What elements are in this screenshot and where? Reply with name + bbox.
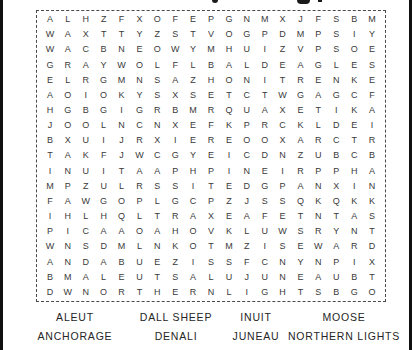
grid-cell[interactable]: L [77,209,95,224]
grid-cell[interactable]: O [148,12,166,27]
grid-cell[interactable]: R [292,73,310,88]
grid-cell[interactable]: B [77,103,95,118]
grid-cell[interactable]: C [238,88,256,103]
grid-cell[interactable]: G [95,73,113,88]
grid-cell[interactable]: P [256,27,274,42]
grid-cell[interactable]: D [363,239,381,254]
grid-cell[interactable]: T [256,88,274,103]
grid-cell[interactable]: S [166,27,184,42]
grid-cell[interactable]: W [113,57,131,72]
grid-cell[interactable]: S [274,194,292,209]
grid-cell[interactable]: H [77,12,95,27]
grid-cell[interactable]: O [220,27,238,42]
grid-cell[interactable]: G [220,12,238,27]
grid-cell[interactable]: B [202,57,220,72]
grid-cell[interactable]: X [130,12,148,27]
grid-cell[interactable]: F [166,12,184,27]
grid-cell[interactable]: P [238,118,256,133]
grid-cell[interactable]: E [166,285,184,300]
grid-cell[interactable]: O [363,285,381,300]
grid-cell[interactable]: P [274,179,292,194]
grid-cell[interactable]: L [95,270,113,285]
grid-cell[interactable]: K [345,194,363,209]
grid-cell[interactable]: Y [327,224,345,239]
grid-cell[interactable]: L [220,285,238,300]
grid-cell[interactable]: O [95,88,113,103]
grid-cell[interactable]: E [184,133,202,148]
grid-cell[interactable]: T [309,103,327,118]
grid-cell[interactable]: M [41,179,59,194]
grid-cell[interactable]: F [95,148,113,163]
grid-cell[interactable]: B [327,285,345,300]
grid-cell[interactable]: O [130,224,148,239]
grid-cell[interactable]: L [238,57,256,72]
grid-cell[interactable]: E [184,12,202,27]
grid-cell[interactable]: S [77,239,95,254]
grid-cell[interactable]: R [202,133,220,148]
grid-cell[interactable]: X [274,133,292,148]
grid-cell[interactable]: K [220,224,238,239]
grid-cell[interactable]: A [41,12,59,27]
grid-cell[interactable]: J [238,270,256,285]
grid-cell[interactable]: I [59,224,77,239]
grid-cell[interactable]: Y [95,57,113,72]
grid-cell[interactable]: W [77,194,95,209]
grid-cell[interactable]: O [256,133,274,148]
grid-cell[interactable]: E [309,73,327,88]
grid-cell[interactable]: B [166,103,184,118]
grid-cell[interactable]: B [41,270,59,285]
grid-cell[interactable]: E [256,164,274,179]
grid-cell[interactable]: T [202,179,220,194]
grid-cell[interactable]: R [309,133,327,148]
grid-cell[interactable]: E [220,179,238,194]
grid-cell[interactable]: U [238,103,256,118]
grid-cell[interactable]: L [148,57,166,72]
grid-cell[interactable]: M [113,239,131,254]
grid-cell[interactable]: A [184,209,202,224]
grid-cell[interactable]: T [363,270,381,285]
grid-cell[interactable]: R [309,224,327,239]
grid-cell[interactable]: J [113,133,131,148]
grid-cell[interactable]: C [345,148,363,163]
grid-cell[interactable]: A [309,270,327,285]
grid-cell[interactable]: D [256,148,274,163]
grid-cell[interactable]: N [148,118,166,133]
grid-cell[interactable]: N [113,42,131,57]
grid-cell[interactable]: A [292,133,310,148]
grid-cell[interactable]: P [202,164,220,179]
grid-cell[interactable]: B [113,255,131,270]
grid-cell[interactable]: R [166,209,184,224]
grid-cell[interactable]: B [363,148,381,163]
grid-cell[interactable]: C [274,118,292,133]
grid-cell[interactable]: T [130,285,148,300]
grid-cell[interactable]: A [292,179,310,194]
grid-cell[interactable]: P [309,42,327,57]
grid-cell[interactable]: A [327,239,345,254]
grid-cell[interactable]: O [59,88,77,103]
grid-cell[interactable]: T [345,133,363,148]
grid-cell[interactable]: C [256,255,274,270]
grid-cell[interactable]: S [292,224,310,239]
grid-cell[interactable]: M [184,103,202,118]
grid-cell[interactable]: S [148,179,166,194]
grid-cell[interactable]: C [238,148,256,163]
grid-cell[interactable]: R [77,73,95,88]
grid-cell[interactable]: P [130,194,148,209]
grid-cell[interactable]: J [113,148,131,163]
grid-cell[interactable]: T [220,88,238,103]
grid-cell[interactable]: X [148,133,166,148]
grid-cell[interactable]: P [41,224,59,239]
grid-cell[interactable]: L [130,239,148,254]
grid-cell[interactable]: H [59,209,77,224]
grid-cell[interactable]: T [148,209,166,224]
grid-cell[interactable]: U [309,148,327,163]
grid-cell[interactable]: R [59,57,77,72]
grid-cell[interactable]: I [238,285,256,300]
grid-cell[interactable]: K [292,118,310,133]
grid-cell[interactable]: X [274,12,292,27]
grid-cell[interactable]: D [274,27,292,42]
grid-cell[interactable]: S [309,285,327,300]
grid-cell[interactable]: M [292,27,310,42]
grid-cell[interactable]: E [345,118,363,133]
grid-cell[interactable]: W [274,88,292,103]
grid-cell[interactable]: I [41,209,59,224]
grid-cell[interactable]: C [130,118,148,133]
grid-cell[interactable]: N [238,164,256,179]
grid-cell[interactable]: A [113,224,131,239]
grid-cell[interactable]: B [95,42,113,57]
grid-cell[interactable]: F [166,57,184,72]
grid-cell[interactable]: T [363,224,381,239]
grid-cell[interactable]: S [327,27,345,42]
grid-cell[interactable]: J [238,194,256,209]
grid-cell[interactable]: V [292,42,310,57]
grid-cell[interactable]: K [363,194,381,209]
grid-cell[interactable]: H [274,285,292,300]
grid-cell[interactable]: Z [238,239,256,254]
grid-cell[interactable]: A [220,57,238,72]
grid-cell[interactable]: I [274,164,292,179]
grid-cell[interactable]: R [130,179,148,194]
grid-cell[interactable]: S [327,42,345,57]
grid-cell[interactable]: U [327,270,345,285]
grid-cell[interactable]: O [59,118,77,133]
grid-cell[interactable]: E [202,88,220,103]
grid-cell[interactable]: H [220,42,238,57]
grid-cell[interactable]: S [363,209,381,224]
grid-cell[interactable]: P [59,179,77,194]
grid-cell[interactable]: X [274,103,292,118]
grid-cell[interactable]: G [238,27,256,42]
grid-cell[interactable]: M [256,12,274,27]
grid-cell[interactable]: N [130,73,148,88]
grid-cell[interactable]: A [345,209,363,224]
grid-cell[interactable]: O [130,57,148,72]
grid-cell[interactable]: M [220,239,238,254]
grid-cell[interactable]: I [220,164,238,179]
grid-cell[interactable]: I [345,27,363,42]
grid-cell[interactable]: I [41,164,59,179]
grid-cell[interactable]: W [309,239,327,254]
grid-cell[interactable]: S [363,57,381,72]
grid-cell[interactable]: N [238,12,256,27]
grid-cell[interactable]: S [220,255,238,270]
grid-cell[interactable]: O [220,73,238,88]
grid-cell[interactable]: G [327,88,345,103]
grid-cell[interactable]: K [345,73,363,88]
grid-cell[interactable]: N [327,73,345,88]
grid-cell[interactable]: F [113,12,131,27]
grid-cell[interactable]: A [292,57,310,72]
grid-cell[interactable]: O [184,224,202,239]
grid-cell[interactable]: F [238,255,256,270]
grid-cell[interactable]: E [41,73,59,88]
grid-cell[interactable]: N [77,285,95,300]
grid-cell[interactable]: T [41,148,59,163]
grid-cell[interactable]: F [309,12,327,27]
grid-cell[interactable]: A [166,73,184,88]
grid-cell[interactable]: S [184,88,202,103]
grid-cell[interactable]: C [327,133,345,148]
grid-cell[interactable]: A [363,103,381,118]
grid-cell[interactable]: Y [130,88,148,103]
grid-cell[interactable]: O [95,285,113,300]
grid-cell[interactable]: R [202,103,220,118]
grid-cell[interactable]: L [59,73,77,88]
grid-cell[interactable]: A [77,270,95,285]
grid-cell[interactable]: M [363,12,381,27]
grid-cell[interactable]: S [274,239,292,254]
grid-cell[interactable]: C [184,194,202,209]
grid-cell[interactable]: A [238,209,256,224]
grid-cell[interactable]: I [95,164,113,179]
grid-cell[interactable]: E [220,209,238,224]
grid-cell[interactable]: D [41,285,59,300]
grid-cell[interactable]: G [95,103,113,118]
grid-cell[interactable]: F [41,194,59,209]
grid-cell[interactable]: I [345,255,363,270]
grid-cell[interactable]: I [166,133,184,148]
grid-cell[interactable]: K [220,118,238,133]
grid-cell[interactable]: W [41,42,59,57]
grid-cell[interactable]: L [309,118,327,133]
grid-cell[interactable]: O [238,133,256,148]
grid-cell[interactable]: E [363,73,381,88]
grid-cell[interactable]: W [41,239,59,254]
grid-cell[interactable]: R [113,285,131,300]
grid-cell[interactable]: N [309,255,327,270]
grid-cell[interactable]: X [363,255,381,270]
grid-cell[interactable]: L [95,118,113,133]
grid-cell[interactable]: A [256,103,274,118]
grid-cell[interactable]: N [363,179,381,194]
grid-cell[interactable]: Y [184,148,202,163]
grid-cell[interactable]: L [113,179,131,194]
grid-cell[interactable]: U [77,164,95,179]
grid-cell[interactable]: A [59,194,77,209]
grid-cell[interactable]: L [238,224,256,239]
grid-cell[interactable]: O [113,194,131,209]
grid-cell[interactable]: A [309,88,327,103]
grid-cell[interactable]: R [184,285,202,300]
grid-cell[interactable]: N [274,148,292,163]
grid-cell[interactable]: C [77,42,95,57]
grid-cell[interactable]: H [148,285,166,300]
grid-cell[interactable]: X [77,27,95,42]
grid-cell[interactable]: T [327,209,345,224]
grid-cell[interactable]: K [77,148,95,163]
grid-cell[interactable]: L [148,194,166,209]
grid-cell[interactable]: P [202,12,220,27]
grid-cell[interactable]: A [59,148,77,163]
grid-cell[interactable]: G [95,194,113,209]
grid-cell[interactable]: N [238,73,256,88]
grid-cell[interactable]: A [59,27,77,42]
grid-cell[interactable]: R [345,239,363,254]
grid-cell[interactable]: T [292,209,310,224]
grid-cell[interactable]: P [202,194,220,209]
grid-cell[interactable]: E [113,270,131,285]
grid-cell[interactable]: Z [184,73,202,88]
grid-cell[interactable]: A [41,255,59,270]
grid-cell[interactable]: R [130,133,148,148]
grid-cell[interactable]: N [59,255,77,270]
grid-cell[interactable]: R [256,118,274,133]
grid-cell[interactable]: C [148,148,166,163]
grid-cell[interactable]: L [130,209,148,224]
grid-cell[interactable]: F [363,88,381,103]
grid-cell[interactable]: V [202,224,220,239]
grid-cell[interactable]: N [345,224,363,239]
grid-cell[interactable]: Z [95,12,113,27]
grid-cell[interactable]: I [363,118,381,133]
grid-cell[interactable]: C [345,88,363,103]
grid-cell[interactable]: D [77,255,95,270]
grid-cell[interactable]: I [220,148,238,163]
grid-cell[interactable]: A [184,270,202,285]
grid-cell[interactable]: X [327,179,345,194]
grid-cell[interactable]: P [166,164,184,179]
grid-cell[interactable]: A [59,42,77,57]
grid-cell[interactable]: H [345,164,363,179]
grid-cell[interactable]: W [166,42,184,57]
grid-cell[interactable]: I [184,179,202,194]
grid-cell[interactable]: W [130,148,148,163]
grid-cell[interactable]: Z [77,179,95,194]
grid-cell[interactable]: N [202,285,220,300]
grid-cell[interactable]: N [309,209,327,224]
grid-cell[interactable]: P [309,27,327,42]
grid-cell[interactable]: G [59,103,77,118]
grid-cell[interactable]: E [363,42,381,57]
grid-cell[interactable]: R [292,164,310,179]
grid-cell[interactable]: H [184,164,202,179]
grid-cell[interactable]: L [59,12,77,27]
grid-cell[interactable]: F [202,118,220,133]
grid-cell[interactable]: U [220,270,238,285]
grid-cell[interactable]: I [256,42,274,57]
grid-cell[interactable]: E [274,57,292,72]
grid-cell[interactable]: L [184,57,202,72]
grid-cell[interactable]: H [41,103,59,118]
grid-cell[interactable]: M [59,270,77,285]
grid-cell[interactable]: G [130,103,148,118]
grid-cell[interactable]: Y [363,27,381,42]
grid-cell[interactable]: N [113,118,131,133]
grid-cell[interactable]: O [345,42,363,57]
grid-cell[interactable]: E [345,57,363,72]
grid-cell[interactable]: G [292,88,310,103]
grid-cell[interactable]: D [238,179,256,194]
grid-cell[interactable]: H [166,224,184,239]
grid-cell[interactable]: Z [166,255,184,270]
grid-cell[interactable]: K [309,194,327,209]
grid-cell[interactable]: N [309,179,327,194]
grid-cell[interactable]: K [345,103,363,118]
grid-cell[interactable]: H [202,73,220,88]
grid-cell[interactable]: E [292,239,310,254]
grid-cell[interactable]: J [292,12,310,27]
grid-cell[interactable]: Z [292,148,310,163]
grid-cell[interactable]: U [256,270,274,285]
grid-cell[interactable]: J [41,118,59,133]
grid-cell[interactable]: H [95,209,113,224]
grid-cell[interactable]: D [327,118,345,133]
grid-cell[interactable]: U [256,224,274,239]
grid-cell[interactable]: N [59,239,77,254]
grid-cell[interactable]: L [202,270,220,285]
grid-cell[interactable]: S [202,255,220,270]
grid-cell[interactable]: E [292,270,310,285]
grid-cell[interactable]: U [130,255,148,270]
grid-cell[interactable]: S [166,179,184,194]
grid-cell[interactable]: T [113,27,131,42]
grid-cell[interactable]: T [202,239,220,254]
grid-cell[interactable]: K [113,88,131,103]
grid-cell[interactable]: E [220,133,238,148]
grid-cell[interactable]: P [327,255,345,270]
grid-cell[interactable]: Q [113,209,131,224]
grid-cell[interactable]: G [345,285,363,300]
grid-cell[interactable]: A [363,164,381,179]
grid-cell[interactable]: X [59,133,77,148]
grid-cell[interactable]: I [256,239,274,254]
grid-cell[interactable]: F [256,209,274,224]
grid-cell[interactable]: P [309,164,327,179]
grid-cell[interactable]: A [130,164,148,179]
grid-cell[interactable]: Y [184,42,202,57]
grid-cell[interactable]: G [309,57,327,72]
grid-cell[interactable]: S [148,73,166,88]
grid-cell[interactable]: G [166,148,184,163]
grid-cell[interactable]: B [41,133,59,148]
grid-cell[interactable]: A [95,255,113,270]
grid-cell[interactable]: S [327,12,345,27]
grid-cell[interactable]: N [274,270,292,285]
grid-cell[interactable]: G [166,194,184,209]
grid-cell[interactable]: O [148,42,166,57]
grid-cell[interactable]: I [184,255,202,270]
grid-cell[interactable]: Z [274,42,292,57]
grid-cell[interactable]: N [59,164,77,179]
grid-cell[interactable]: C [77,224,95,239]
grid-cell[interactable]: X [166,118,184,133]
grid-cell[interactable]: M [202,42,220,57]
